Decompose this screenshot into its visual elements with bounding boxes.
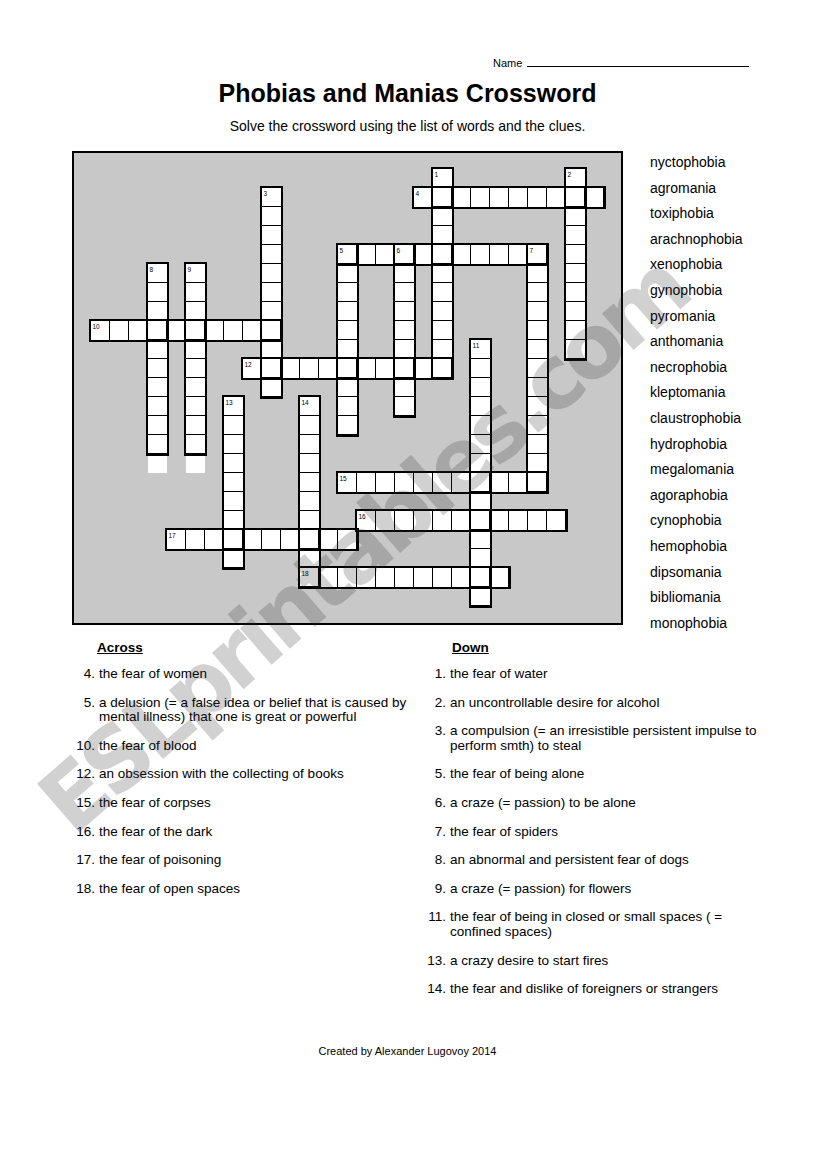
clue-across-16: 16.the fear of the dark <box>72 825 408 840</box>
grid-number-16: 16 <box>359 513 366 520</box>
clue-number-label: 10. <box>72 739 95 754</box>
clue-number-label: 16. <box>72 825 95 840</box>
clue-text: the fear of being in closed or small spa… <box>450 909 722 939</box>
clue-text: an uncontrollable desire for alcohol <box>450 695 659 710</box>
word-bank-item: monophobia <box>650 611 743 637</box>
word-outline-14-down <box>298 395 321 589</box>
grid-number-12: 12 <box>245 361 252 368</box>
clue-text: the fear of blood <box>99 738 197 753</box>
clue-down-5: 5.the fear of being alone <box>420 767 760 782</box>
word-bank-item: agoraphobia <box>650 483 743 509</box>
down-clues-list: 1.the fear of water2.an uncontrollable d… <box>420 667 760 997</box>
grid-cell[interactable] <box>186 454 205 473</box>
clue-text: a delusion (= a false idea or belief tha… <box>99 695 406 725</box>
grid-cell[interactable] <box>148 454 167 473</box>
word-outline-9-down <box>184 262 207 456</box>
word-bank-item: pyromania <box>650 304 743 330</box>
name-field[interactable] <box>527 55 749 67</box>
clue-across-4: 4.the fear of women <box>72 667 408 682</box>
word-bank: nyctophobiaagromaniatoxiphobiaarachnopho… <box>650 150 743 636</box>
down-clues-section: Down 1.the fear of water2.an uncontrolla… <box>420 641 760 1011</box>
clue-number-label: 9. <box>420 882 446 897</box>
grid-number-18: 18 <box>302 570 309 577</box>
clue-number-label: 4. <box>72 667 95 682</box>
clue-number-label: 13. <box>420 954 446 969</box>
grid-number-2: 2 <box>568 171 572 178</box>
word-bank-item: cynophobia <box>650 508 743 534</box>
clue-number-label: 17. <box>72 853 95 868</box>
clue-number-label: 12. <box>72 767 95 782</box>
down-heading: Down <box>452 641 760 655</box>
clue-text: the fear and dislike of foreigners or st… <box>450 981 718 996</box>
word-bank-item: agromania <box>650 176 743 202</box>
word-bank-item: nyctophobia <box>650 150 743 176</box>
across-heading: Across <box>97 641 408 655</box>
clue-across-15: 15.the fear of corpses <box>72 796 408 811</box>
across-clues-section: Across 4.the fear of women5.a delusion (… <box>72 641 408 910</box>
word-bank-item: bibliomania <box>650 585 743 611</box>
grid-number-17: 17 <box>169 532 176 539</box>
grid-number-7: 7 <box>530 247 534 254</box>
grid-number-11: 11 <box>473 342 480 349</box>
clue-number-label: 8. <box>420 853 446 868</box>
word-outline-2-down <box>564 167 587 361</box>
clue-number-label: 7. <box>420 825 446 840</box>
name-label: Name <box>493 57 522 69</box>
crossword-grid: 451012151617181236789111314 <box>72 151 623 625</box>
across-clues-list: 4.the fear of women5.a delusion (= a fal… <box>72 667 408 896</box>
word-outline-1-down <box>431 167 454 380</box>
clue-number-label: 3. <box>420 724 446 739</box>
word-bank-item: dipsomania <box>650 560 743 586</box>
worksheet-page: Name Phobias and Manias Crossword Solve … <box>0 0 826 1169</box>
clue-text: the fear of being alone <box>450 766 584 781</box>
word-bank-item: kleptomania <box>650 380 743 406</box>
clue-down-2: 2.an uncontrollable desire for alcohol <box>420 696 760 711</box>
clue-down-8: 8.an abnormal and persistent fear of dog… <box>420 853 760 868</box>
grid-number-1: 1 <box>435 171 439 178</box>
grid-number-13: 13 <box>226 399 233 406</box>
word-outline-13-down <box>222 395 245 570</box>
page-subtitle: Solve the crossword using the list of wo… <box>0 118 815 134</box>
clue-down-9: 9.a craze (= passion) for flowers <box>420 882 760 897</box>
clue-text: the fear of corpses <box>99 795 211 810</box>
footer-credit: Created by Alexander Lugovoy 2014 <box>0 1045 815 1057</box>
word-bank-item: arachnophobia <box>650 227 743 253</box>
clue-text: the fear of water <box>450 666 548 681</box>
grid-number-9: 9 <box>188 266 192 273</box>
clue-down-1: 1.the fear of water <box>420 667 760 682</box>
clue-down-11: 11.the fear of being in closed or small … <box>420 910 760 939</box>
word-bank-item: necrophobia <box>650 355 743 381</box>
word-outline-11-down <box>469 338 492 608</box>
grid-number-4: 4 <box>416 190 420 197</box>
clue-number-label: 18. <box>72 882 95 897</box>
clue-text: a craze (= passion) for flowers <box>450 881 631 896</box>
clue-number-label: 5. <box>420 767 446 782</box>
word-outline-16-across <box>355 509 568 532</box>
clue-text: the fear of the dark <box>99 824 212 839</box>
clue-down-7: 7.the fear of spiders <box>420 825 760 840</box>
word-outline-8-down <box>146 262 169 456</box>
grid-number-3: 3 <box>264 190 268 197</box>
clue-across-5: 5.a delusion (= a false idea or belief t… <box>72 696 408 725</box>
clue-number-label: 6. <box>420 796 446 811</box>
grid-number-8: 8 <box>150 266 154 273</box>
word-outline-17-across <box>165 528 359 551</box>
clue-number-label: 11. <box>420 910 446 925</box>
word-outline-6-down <box>393 243 416 418</box>
word-bank-item: xenophobia <box>650 252 743 278</box>
clue-number-label: 15. <box>72 796 95 811</box>
word-bank-item: claustrophobia <box>650 406 743 432</box>
clue-text: the fear of poisoning <box>99 852 221 867</box>
word-outline-7-down <box>526 243 549 494</box>
clue-down-13: 13.a crazy desire to start fires <box>420 954 760 969</box>
clue-across-17: 17.the fear of poisoning <box>72 853 408 868</box>
grid-number-5: 5 <box>340 247 344 254</box>
clue-text: a compulsion (= an irresistible persiste… <box>450 723 757 753</box>
clue-text: a crazy desire to start fires <box>450 953 608 968</box>
clue-across-10: 10.the fear of blood <box>72 739 408 754</box>
word-outline-15-across <box>336 471 549 494</box>
grid-number-14: 14 <box>302 399 309 406</box>
clue-text: the fear of spiders <box>450 824 558 839</box>
grid-number-15: 15 <box>340 475 347 482</box>
clue-down-3: 3.a compulsion (= an irresistible persis… <box>420 724 760 753</box>
page-title: Phobias and Manias Crossword <box>0 79 815 108</box>
clue-down-6: 6.a craze (= passion) to be alone <box>420 796 760 811</box>
word-bank-item: hydrophobia <box>650 432 743 458</box>
name-row: Name <box>493 55 749 69</box>
clue-number-label: 14. <box>420 982 446 997</box>
clue-number-label: 2. <box>420 696 446 711</box>
word-outline-3-down <box>260 186 283 399</box>
word-bank-item: anthomania <box>650 329 743 355</box>
clue-across-18: 18.the fear of open spaces <box>72 882 408 897</box>
clue-text: an obsession with the collecting of book… <box>99 766 344 781</box>
word-bank-item: hemophobia <box>650 534 743 560</box>
grid-number-6: 6 <box>397 247 401 254</box>
clue-across-12: 12.an obsession with the collecting of b… <box>72 767 408 782</box>
clue-text: an abnormal and persistent fear of dogs <box>450 852 689 867</box>
clue-number-label: 1. <box>420 667 446 682</box>
clue-down-14: 14.the fear and dislike of foreigners or… <box>420 982 760 997</box>
grid-number-10: 10 <box>93 323 100 330</box>
word-bank-item: megalomania <box>650 457 743 483</box>
clue-text: the fear of open spaces <box>99 881 240 896</box>
word-outline-5-down <box>336 243 359 437</box>
clue-text: a craze (= passion) to be alone <box>450 795 636 810</box>
clue-text: the fear of women <box>99 666 207 681</box>
word-bank-item: toxiphobia <box>650 201 743 227</box>
clue-number-label: 5. <box>72 696 95 711</box>
word-bank-item: gynophobia <box>650 278 743 304</box>
